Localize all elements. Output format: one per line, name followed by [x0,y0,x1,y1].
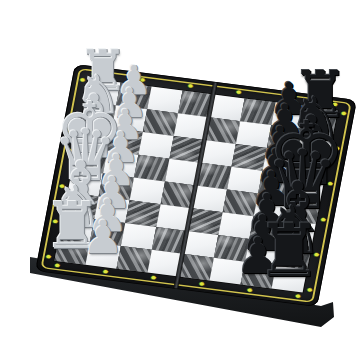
product-photo: ✹✹✹✹✹✹✹✹✹✹✹✹✹✹✹✹✹✹✹✹✹✹✹✹ ♜♞♝♛♚♝♞♜♟♟♟♟♟♟♟… [0,0,360,360]
pieces-layer: ♜♞♝♛♚♝♞♜♟♟♟♟♟♟♟♟♟♟♟♟♟♟♟♟♜♞♝♛♚♝♞♜ [0,0,360,360]
piece-black-rook-a8[interactable]: ♜ [256,214,322,287]
piece-white-pawn-a2[interactable]: ♟ [83,215,124,261]
